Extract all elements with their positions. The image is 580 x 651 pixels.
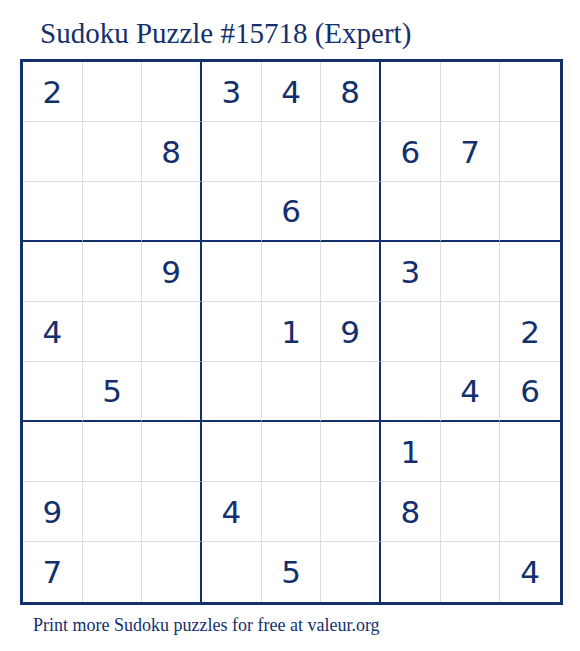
sudoku-cell-r5c7 xyxy=(381,302,441,362)
sudoku-cell-r9c4 xyxy=(202,542,262,602)
sudoku-cell-r6c4 xyxy=(202,362,262,422)
sudoku-cell-r9c8 xyxy=(441,542,501,602)
sudoku-cell-r6c2: 5 xyxy=(83,362,143,422)
sudoku-cell-r1c6: 8 xyxy=(321,62,381,122)
sudoku-cell-r9c2 xyxy=(83,542,143,602)
page: Sudoku Puzzle #15718 (Expert) 2348867693… xyxy=(0,0,580,651)
sudoku-cell-r3c6 xyxy=(321,182,381,242)
sudoku-cell-r7c8 xyxy=(441,422,501,482)
sudoku-cell-r5c8 xyxy=(441,302,501,362)
sudoku-cell-r7c6 xyxy=(321,422,381,482)
sudoku-cell-r1c8 xyxy=(441,62,501,122)
sudoku-cell-r5c9: 2 xyxy=(500,302,560,362)
sudoku-cell-r4c4 xyxy=(202,242,262,302)
sudoku-cell-r2c7: 6 xyxy=(381,122,441,182)
sudoku-cell-r3c7 xyxy=(381,182,441,242)
sudoku-cell-r1c7 xyxy=(381,62,441,122)
sudoku-cell-r1c3 xyxy=(142,62,202,122)
sudoku-cell-r7c5 xyxy=(262,422,322,482)
sudoku-cell-r5c2 xyxy=(83,302,143,362)
sudoku-cell-r1c2 xyxy=(83,62,143,122)
sudoku-cell-r6c6 xyxy=(321,362,381,422)
sudoku-cell-r1c9 xyxy=(500,62,560,122)
sudoku-cell-r2c4 xyxy=(202,122,262,182)
sudoku-cell-r7c3 xyxy=(142,422,202,482)
sudoku-cell-r8c8 xyxy=(441,482,501,542)
sudoku-cell-r6c1 xyxy=(23,362,83,422)
sudoku-cell-r9c3 xyxy=(142,542,202,602)
sudoku-cell-r7c7: 1 xyxy=(381,422,441,482)
sudoku-cell-r8c5 xyxy=(262,482,322,542)
sudoku-cell-r3c8 xyxy=(441,182,501,242)
sudoku-cell-r1c1: 2 xyxy=(23,62,83,122)
sudoku-cell-r3c5: 6 xyxy=(262,182,322,242)
sudoku-cell-r6c3 xyxy=(142,362,202,422)
sudoku-cell-r3c1 xyxy=(23,182,83,242)
sudoku-cell-r5c5: 1 xyxy=(262,302,322,362)
sudoku-cell-r6c8: 4 xyxy=(441,362,501,422)
sudoku-cell-r4c8 xyxy=(441,242,501,302)
sudoku-cell-r8c1: 9 xyxy=(23,482,83,542)
sudoku-cell-r1c5: 4 xyxy=(262,62,322,122)
sudoku-cell-r8c4: 4 xyxy=(202,482,262,542)
sudoku-cell-r3c4 xyxy=(202,182,262,242)
sudoku-cell-r7c1 xyxy=(23,422,83,482)
sudoku-cell-r5c3 xyxy=(142,302,202,362)
sudoku-cell-r7c9 xyxy=(500,422,560,482)
sudoku-cell-r4c9 xyxy=(500,242,560,302)
sudoku-cell-r6c9: 6 xyxy=(500,362,560,422)
sudoku-cell-r4c7: 3 xyxy=(381,242,441,302)
sudoku-cell-r8c7: 8 xyxy=(381,482,441,542)
sudoku-cell-r3c2 xyxy=(83,182,143,242)
sudoku-cell-r8c2 xyxy=(83,482,143,542)
sudoku-cell-r2c6 xyxy=(321,122,381,182)
sudoku-cell-r4c1 xyxy=(23,242,83,302)
sudoku-cell-r9c6 xyxy=(321,542,381,602)
sudoku-cell-r9c1: 7 xyxy=(23,542,83,602)
puzzle-title: Sudoku Puzzle #15718 (Expert) xyxy=(40,16,411,50)
sudoku-cell-r9c9: 4 xyxy=(500,542,560,602)
sudoku-cell-r5c4 xyxy=(202,302,262,362)
sudoku-cell-r2c1 xyxy=(23,122,83,182)
sudoku-cell-r9c7 xyxy=(381,542,441,602)
sudoku-cell-r2c8: 7 xyxy=(441,122,501,182)
sudoku-cell-r2c3: 8 xyxy=(142,122,202,182)
sudoku-cell-r4c2 xyxy=(83,242,143,302)
sudoku-cell-r2c2 xyxy=(83,122,143,182)
sudoku-cell-r8c3 xyxy=(142,482,202,542)
sudoku-board: 234886769341925461948754 xyxy=(20,59,563,605)
sudoku-cell-r5c6: 9 xyxy=(321,302,381,362)
sudoku-cell-r7c2 xyxy=(83,422,143,482)
sudoku-cell-r2c5 xyxy=(262,122,322,182)
sudoku-cell-r4c3: 9 xyxy=(142,242,202,302)
sudoku-cell-r9c5: 5 xyxy=(262,542,322,602)
sudoku-cell-r5c1: 4 xyxy=(23,302,83,362)
sudoku-cell-r4c6 xyxy=(321,242,381,302)
sudoku-cell-r3c3 xyxy=(142,182,202,242)
sudoku-cell-r1c4: 3 xyxy=(202,62,262,122)
sudoku-cell-r7c4 xyxy=(202,422,262,482)
sudoku-cell-r2c9 xyxy=(500,122,560,182)
footer-text: Print more Sudoku puzzles for free at va… xyxy=(33,613,380,637)
sudoku-cell-r8c9 xyxy=(500,482,560,542)
sudoku-cell-r6c7 xyxy=(381,362,441,422)
sudoku-cell-r3c9 xyxy=(500,182,560,242)
sudoku-cell-r6c5 xyxy=(262,362,322,422)
sudoku-cell-r4c5 xyxy=(262,242,322,302)
sudoku-cell-r8c6 xyxy=(321,482,381,542)
